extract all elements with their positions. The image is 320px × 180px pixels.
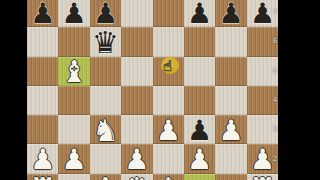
square-a6[interactable] (27, 27, 58, 56)
square-f7[interactable]: ♟ (184, 0, 215, 27)
square-d2[interactable]: ♟ (121, 144, 152, 173)
rank-label-2: 2 (269, 156, 277, 163)
black-pawn[interactable]: ♟ (218, 0, 243, 28)
square-f5[interactable] (184, 57, 215, 86)
square-c2[interactable] (90, 144, 121, 173)
black-pawn[interactable]: ♟ (93, 0, 118, 28)
letterbox-left-bar (0, 0, 27, 180)
square-b1[interactable] (58, 174, 89, 180)
black-queen[interactable]: ♛ (92, 28, 119, 58)
square-e7[interactable] (153, 0, 184, 27)
white-bishop[interactable]: ♝ (92, 174, 119, 180)
black-pawn[interactable]: ♟ (187, 0, 212, 28)
square-a7[interactable]: ♟ (27, 0, 58, 27)
black-pawn[interactable]: ♟ (30, 0, 55, 28)
square-d6[interactable] (121, 27, 152, 56)
white-knight[interactable]: ♞ (92, 116, 119, 146)
square-d3[interactable] (121, 115, 152, 144)
black-pawn[interactable]: ♟ (187, 117, 212, 145)
square-g5[interactable] (215, 57, 246, 86)
white-pawn[interactable]: ♟ (156, 117, 181, 145)
square-a2[interactable]: ♟ (27, 144, 58, 173)
square-d5[interactable] (121, 57, 152, 86)
white-pawn[interactable]: ♟ (187, 146, 212, 174)
square-b5[interactable]: ♝ (58, 57, 89, 86)
rank-label-3: 3 (269, 126, 277, 133)
square-d4[interactable] (121, 86, 152, 115)
white-king[interactable]: ♚ (155, 174, 182, 180)
square-b3[interactable] (58, 115, 89, 144)
white-pawn[interactable]: ♟ (124, 146, 149, 174)
square-d1[interactable]: ♛ (121, 174, 152, 180)
square-d7[interactable] (121, 0, 152, 27)
square-a1[interactable]: ♜ (27, 174, 58, 180)
square-g4[interactable] (215, 86, 246, 115)
square-c3[interactable]: ♞ (90, 115, 121, 144)
square-b2[interactable]: ♟ (58, 144, 89, 173)
square-c5[interactable] (90, 57, 121, 86)
square-c1[interactable]: ♝ (90, 174, 121, 180)
square-e2[interactable] (153, 144, 184, 173)
square-f3[interactable]: ♟ (184, 115, 215, 144)
white-rook[interactable]: ♜ (249, 174, 276, 180)
square-b6[interactable] (58, 27, 89, 56)
square-g2[interactable] (215, 144, 246, 173)
square-f1[interactable] (184, 174, 215, 180)
square-b4[interactable] (58, 86, 89, 115)
rank-label-7: 7 (269, 9, 277, 16)
square-e4[interactable] (153, 86, 184, 115)
rank-label-5: 5 (269, 68, 277, 75)
square-e6[interactable] (153, 27, 184, 56)
letterbox-right-bar (278, 0, 320, 180)
square-f4[interactable] (184, 86, 215, 115)
white-queen[interactable]: ♛ (123, 174, 150, 180)
white-rook[interactable]: ♜ (29, 174, 56, 180)
square-e1[interactable]: ♚ (153, 174, 184, 180)
chess-board[interactable]: ♜♞♝♚♝♞♜♟♟♟♟♟♟♛♝♞♟♟♟♟♟♟♟♟♜♝♛♚♜765432 (27, 0, 278, 180)
square-a3[interactable] (27, 115, 58, 144)
square-b7[interactable]: ♟ (58, 0, 89, 27)
rank-label-6: 6 (269, 38, 277, 45)
square-h1[interactable]: ♜ (247, 174, 278, 180)
square-c7[interactable]: ♟ (90, 0, 121, 27)
square-c6[interactable]: ♛ (90, 27, 121, 56)
rank-label-4: 4 (269, 97, 277, 104)
square-c4[interactable] (90, 86, 121, 115)
video-frame: ♜♞♝♚♝♞♜♟♟♟♟♟♟♛♝♞♟♟♟♟♟♟♟♟♜♝♛♚♜765432 ☝ (0, 0, 320, 180)
square-f2[interactable]: ♟ (184, 144, 215, 173)
black-pawn[interactable]: ♟ (62, 0, 87, 28)
square-a5[interactable] (27, 57, 58, 86)
square-g3[interactable]: ♟ (215, 115, 246, 144)
square-g1[interactable] (215, 174, 246, 180)
square-a4[interactable] (27, 86, 58, 115)
square-e3[interactable]: ♟ (153, 115, 184, 144)
square-g7[interactable]: ♟ (215, 0, 246, 27)
square-g6[interactable] (215, 27, 246, 56)
hand-cursor-icon: ☝ (163, 59, 172, 74)
white-bishop[interactable]: ♝ (61, 57, 88, 87)
square-f6[interactable] (184, 27, 215, 56)
white-pawn[interactable]: ♟ (62, 146, 87, 174)
white-pawn[interactable]: ♟ (30, 146, 55, 174)
white-pawn[interactable]: ♟ (218, 117, 243, 145)
